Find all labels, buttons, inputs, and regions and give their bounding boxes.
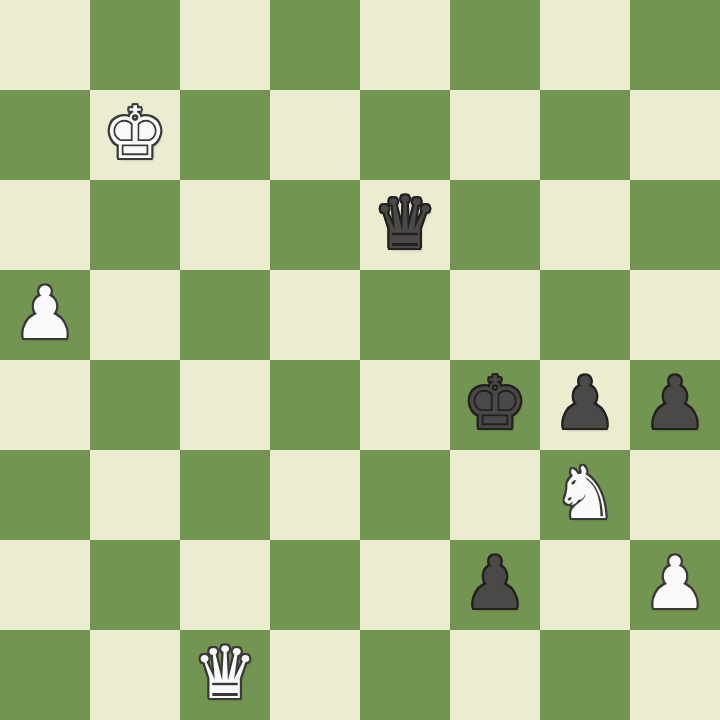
black-queen[interactable]: ♛ xyxy=(373,178,438,268)
square-f3[interactable] xyxy=(450,450,540,540)
square-b6[interactable] xyxy=(90,180,180,270)
square-a3[interactable] xyxy=(0,450,90,540)
square-h6[interactable] xyxy=(630,180,720,270)
square-c5[interactable] xyxy=(180,270,270,360)
chess-board: ♚♛♟♚♟♟♞♟♟♛ xyxy=(0,0,720,720)
square-a5[interactable]: ♟ xyxy=(0,270,90,360)
square-g2[interactable] xyxy=(540,540,630,630)
black-king[interactable]: ♚ xyxy=(463,358,528,448)
square-d6[interactable] xyxy=(270,180,360,270)
square-f8[interactable] xyxy=(450,0,540,90)
square-e3[interactable] xyxy=(360,450,450,540)
square-a8[interactable] xyxy=(0,0,90,90)
square-b1[interactable] xyxy=(90,630,180,720)
square-c8[interactable] xyxy=(180,0,270,90)
square-b5[interactable] xyxy=(90,270,180,360)
square-c4[interactable] xyxy=(180,360,270,450)
square-d5[interactable] xyxy=(270,270,360,360)
black-pawn[interactable]: ♟ xyxy=(643,358,708,448)
square-g3[interactable]: ♞ xyxy=(540,450,630,540)
square-f6[interactable] xyxy=(450,180,540,270)
square-f7[interactable] xyxy=(450,90,540,180)
square-h2[interactable]: ♟ xyxy=(630,540,720,630)
square-g7[interactable] xyxy=(540,90,630,180)
square-a7[interactable] xyxy=(0,90,90,180)
square-h3[interactable] xyxy=(630,450,720,540)
square-b7[interactable]: ♚ xyxy=(90,90,180,180)
white-pawn[interactable]: ♟ xyxy=(643,538,708,628)
square-b4[interactable] xyxy=(90,360,180,450)
square-b3[interactable] xyxy=(90,450,180,540)
square-e4[interactable] xyxy=(360,360,450,450)
square-h4[interactable]: ♟ xyxy=(630,360,720,450)
square-e7[interactable] xyxy=(360,90,450,180)
square-b2[interactable] xyxy=(90,540,180,630)
square-c2[interactable] xyxy=(180,540,270,630)
black-pawn[interactable]: ♟ xyxy=(553,358,618,448)
square-a4[interactable] xyxy=(0,360,90,450)
black-pawn[interactable]: ♟ xyxy=(463,538,528,628)
square-h8[interactable] xyxy=(630,0,720,90)
square-g8[interactable] xyxy=(540,0,630,90)
square-h1[interactable] xyxy=(630,630,720,720)
square-d3[interactable] xyxy=(270,450,360,540)
square-d1[interactable] xyxy=(270,630,360,720)
square-g4[interactable]: ♟ xyxy=(540,360,630,450)
white-king[interactable]: ♚ xyxy=(103,88,168,178)
square-h7[interactable] xyxy=(630,90,720,180)
square-e2[interactable] xyxy=(360,540,450,630)
square-c7[interactable] xyxy=(180,90,270,180)
square-d7[interactable] xyxy=(270,90,360,180)
white-knight[interactable]: ♞ xyxy=(553,448,618,538)
square-d8[interactable] xyxy=(270,0,360,90)
white-queen[interactable]: ♛ xyxy=(193,628,258,718)
square-f2[interactable]: ♟ xyxy=(450,540,540,630)
square-g6[interactable] xyxy=(540,180,630,270)
square-a1[interactable] xyxy=(0,630,90,720)
square-f1[interactable] xyxy=(450,630,540,720)
square-b8[interactable] xyxy=(90,0,180,90)
square-c1[interactable]: ♛ xyxy=(180,630,270,720)
square-c3[interactable] xyxy=(180,450,270,540)
square-e1[interactable] xyxy=(360,630,450,720)
square-h5[interactable] xyxy=(630,270,720,360)
square-c6[interactable] xyxy=(180,180,270,270)
square-e5[interactable] xyxy=(360,270,450,360)
square-e6[interactable]: ♛ xyxy=(360,180,450,270)
square-f4[interactable]: ♚ xyxy=(450,360,540,450)
square-d2[interactable] xyxy=(270,540,360,630)
square-g1[interactable] xyxy=(540,630,630,720)
square-d4[interactable] xyxy=(270,360,360,450)
square-a2[interactable] xyxy=(0,540,90,630)
square-a6[interactable] xyxy=(0,180,90,270)
white-pawn[interactable]: ♟ xyxy=(13,268,78,358)
square-e8[interactable] xyxy=(360,0,450,90)
square-f5[interactable] xyxy=(450,270,540,360)
square-g5[interactable] xyxy=(540,270,630,360)
